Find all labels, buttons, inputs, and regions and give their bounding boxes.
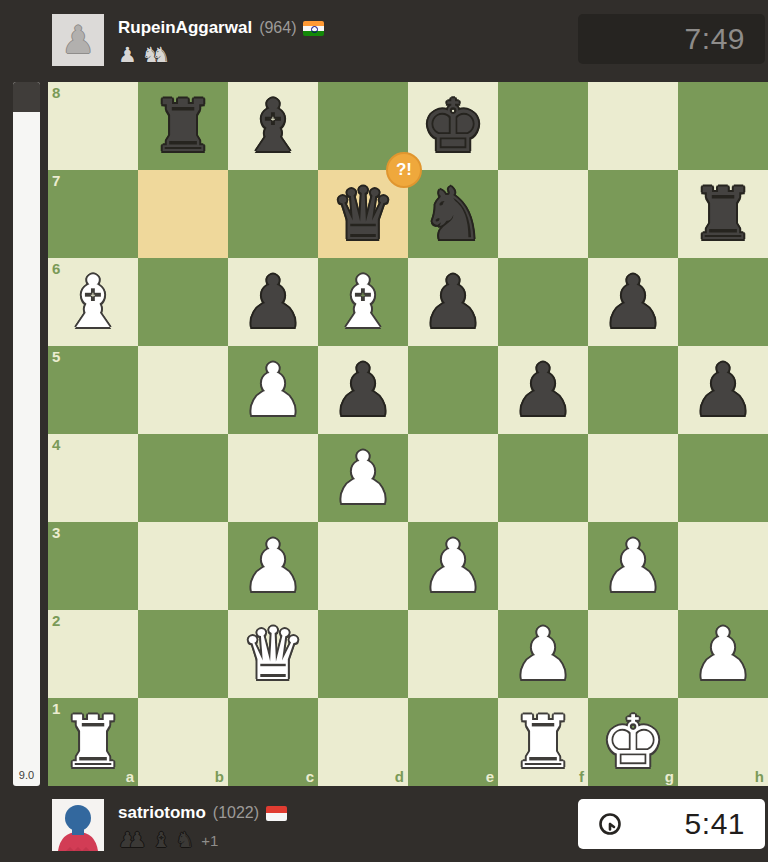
pawn-avatar-icon: ♟ <box>61 21 95 59</box>
indonesia-flag-icon <box>266 806 287 821</box>
square-g1[interactable]: g♚ <box>588 698 678 786</box>
square-f2[interactable]: ♟ <box>498 610 588 698</box>
top-clock-time: 7:49 <box>578 22 765 56</box>
rank-label-2: 2 <box>52 612 60 629</box>
square-e6[interactable]: ♟ <box>408 258 498 346</box>
square-h1[interactable]: h <box>678 698 768 786</box>
top-player-info: RupeinAggarwal (964) ♟♞♞ <box>118 16 324 66</box>
evaluation-bar-black-portion <box>13 82 40 112</box>
rank-label-4: 4 <box>52 436 60 453</box>
black-knight-e7[interactable]: ♞ <box>408 170 498 258</box>
square-h4[interactable] <box>678 434 768 522</box>
white-pawn-c5[interactable]: ♟ <box>228 346 318 434</box>
chess-board: 8♜♝♚7♛♞♜6♝♟♝♟♟5♟♟♟♟4♟3♟♟♟2♛♟♟1a♜bcdef♜g♚… <box>48 82 768 786</box>
square-f7[interactable] <box>498 170 588 258</box>
black-pawn-c6[interactable]: ♟ <box>228 258 318 346</box>
black-pawn-g6[interactable]: ♟ <box>588 258 678 346</box>
white-bishop-a6[interactable]: ♝ <box>48 258 138 346</box>
square-b2[interactable] <box>138 610 228 698</box>
square-e2[interactable] <box>408 610 498 698</box>
rank-label-3: 3 <box>52 524 60 541</box>
white-bishop-d6[interactable]: ♝ <box>318 258 408 346</box>
top-player-rating: (964) <box>259 19 296 37</box>
square-h5[interactable]: ♟ <box>678 346 768 434</box>
black-pawn-f5[interactable]: ♟ <box>498 346 588 434</box>
square-g7[interactable] <box>588 170 678 258</box>
black-king-e8[interactable]: ♚ <box>408 82 498 170</box>
square-f5[interactable]: ♟ <box>498 346 588 434</box>
square-h3[interactable] <box>678 522 768 610</box>
file-label-b: b <box>215 768 224 785</box>
top-player-name[interactable]: RupeinAggarwal <box>118 18 252 38</box>
bottom-player-clock: 5:41 <box>578 799 765 849</box>
top-captured-tray: ♟♞♞ <box>118 42 324 66</box>
square-g3[interactable]: ♟ <box>588 522 678 610</box>
square-c8[interactable]: ♝ <box>228 82 318 170</box>
square-g6[interactable]: ♟ <box>588 258 678 346</box>
square-b5[interactable] <box>138 346 228 434</box>
square-h6[interactable] <box>678 258 768 346</box>
white-king-g1[interactable]: ♚ <box>588 698 678 786</box>
file-label-e: e <box>486 768 494 785</box>
annotation-symbol: ?! <box>396 160 412 180</box>
square-b7[interactable] <box>138 170 228 258</box>
black-pawn-h5[interactable]: ♟ <box>678 346 768 434</box>
bottom-player-name[interactable]: satriotomo <box>118 803 206 823</box>
bottom-captured-tray: ♟♟♝♞+1 <box>118 827 287 851</box>
black-rook-h7[interactable]: ♜ <box>678 170 768 258</box>
square-g8[interactable] <box>588 82 678 170</box>
square-e5[interactable] <box>408 346 498 434</box>
square-f8[interactable] <box>498 82 588 170</box>
square-f4[interactable] <box>498 434 588 522</box>
bottom-player-avatar[interactable] <box>52 799 104 851</box>
square-f6[interactable] <box>498 258 588 346</box>
square-a1[interactable]: 1a♜ <box>48 698 138 786</box>
white-pawn-g3[interactable]: ♟ <box>588 522 678 610</box>
white-pawn-f2[interactable]: ♟ <box>498 610 588 698</box>
top-player-clock: 7:49 <box>578 14 765 64</box>
file-label-h: h <box>755 768 764 785</box>
rank-label-5: 5 <box>52 348 60 365</box>
square-d3[interactable] <box>318 522 408 610</box>
square-c1[interactable]: c <box>228 698 318 786</box>
black-pawn-d5[interactable]: ♟ <box>318 346 408 434</box>
square-g4[interactable] <box>588 434 678 522</box>
white-queen-c2[interactable]: ♛ <box>228 610 318 698</box>
material-advantage: +1 <box>201 832 218 851</box>
square-a2[interactable]: 2 <box>48 610 138 698</box>
captured-bishop-icon: ♝ <box>152 830 171 851</box>
square-e3[interactable]: ♟ <box>408 522 498 610</box>
square-f3[interactable] <box>498 522 588 610</box>
bottom-clock-time: 5:41 <box>622 807 765 841</box>
square-c4[interactable] <box>228 434 318 522</box>
square-h7[interactable]: ♜ <box>678 170 768 258</box>
square-a5[interactable]: 5 <box>48 346 138 434</box>
square-b8[interactable]: ♜ <box>138 82 228 170</box>
rank-label-8: 8 <box>52 84 60 101</box>
white-pawn-e3[interactable]: ♟ <box>408 522 498 610</box>
captured-knight-icon: ♞ <box>175 830 194 851</box>
black-bishop-c8[interactable]: ♝ <box>228 82 318 170</box>
square-a4[interactable]: 4 <box>48 434 138 522</box>
square-h8[interactable] <box>678 82 768 170</box>
square-b1[interactable]: b <box>138 698 228 786</box>
square-b6[interactable] <box>138 258 228 346</box>
white-pawn-h2[interactable]: ♟ <box>678 610 768 698</box>
bottom-player-info: satriotomo (1022) ♟♟♝♞+1 <box>118 801 287 851</box>
evaluation-score: 9.0 <box>13 769 40 781</box>
square-c2[interactable]: ♛ <box>228 610 318 698</box>
square-c6[interactable]: ♟ <box>228 258 318 346</box>
square-d2[interactable] <box>318 610 408 698</box>
square-d4[interactable]: ♟ <box>318 434 408 522</box>
square-d1[interactable]: d <box>318 698 408 786</box>
square-d6[interactable]: ♝ <box>318 258 408 346</box>
captured-knight-icon: ♞ <box>152 45 171 66</box>
square-b3[interactable] <box>138 522 228 610</box>
square-h2[interactable]: ♟ <box>678 610 768 698</box>
top-player-avatar[interactable]: ♟ <box>52 14 104 66</box>
square-e8[interactable]: ♚ <box>408 82 498 170</box>
clock-icon <box>598 812 622 836</box>
square-a6[interactable]: 6♝ <box>48 258 138 346</box>
black-rook-b8[interactable]: ♜ <box>138 82 228 170</box>
white-rook-a1[interactable]: ♜ <box>48 698 138 786</box>
white-pawn-c3[interactable]: ♟ <box>228 522 318 610</box>
evaluation-bar: 9.0 <box>13 82 40 786</box>
square-a3[interactable]: 3 <box>48 522 138 610</box>
square-e4[interactable] <box>408 434 498 522</box>
square-g2[interactable] <box>588 610 678 698</box>
file-label-c: c <box>306 768 314 785</box>
person-avatar-icon <box>52 799 104 851</box>
square-e1[interactable]: e <box>408 698 498 786</box>
bottom-player-rating: (1022) <box>213 804 259 822</box>
square-c3[interactable]: ♟ <box>228 522 318 610</box>
captured-pawn-icon: ♟ <box>128 830 147 851</box>
square-b4[interactable] <box>138 434 228 522</box>
square-g5[interactable] <box>588 346 678 434</box>
square-d5[interactable]: ♟ <box>318 346 408 434</box>
square-e7[interactable]: ♞ <box>408 170 498 258</box>
india-flag-icon <box>303 21 324 36</box>
white-pawn-d4[interactable]: ♟ <box>318 434 408 522</box>
white-rook-f1[interactable]: ♜ <box>498 698 588 786</box>
square-c7[interactable] <box>228 170 318 258</box>
square-a7[interactable]: 7 <box>48 170 138 258</box>
square-a8[interactable]: 8 <box>48 82 138 170</box>
square-c5[interactable]: ♟ <box>228 346 318 434</box>
move-annotation-badge: ?! <box>386 152 422 188</box>
rank-label-7: 7 <box>52 172 60 189</box>
black-pawn-e6[interactable]: ♟ <box>408 258 498 346</box>
captured-pawn-icon: ♟ <box>118 45 137 66</box>
file-label-d: d <box>395 768 404 785</box>
square-f1[interactable]: f♜ <box>498 698 588 786</box>
